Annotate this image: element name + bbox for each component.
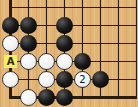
board-point[interactable] xyxy=(128,71,138,89)
board-point[interactable] xyxy=(74,17,92,35)
board-point[interactable] xyxy=(56,17,74,35)
board-point[interactable] xyxy=(2,35,20,53)
board-point[interactable] xyxy=(2,17,20,35)
board-point[interactable] xyxy=(38,89,56,107)
board-point[interactable] xyxy=(2,89,20,107)
white-stone xyxy=(56,53,73,70)
board-point[interactable] xyxy=(20,35,38,53)
board-point[interactable] xyxy=(74,0,92,17)
board-point[interactable] xyxy=(38,71,56,89)
board-point[interactable] xyxy=(20,17,38,35)
black-stone xyxy=(56,71,73,88)
board-point[interactable] xyxy=(38,0,56,17)
board-point[interactable] xyxy=(110,53,128,71)
go-diagram: A2 xyxy=(0,0,137,107)
board-point[interactable] xyxy=(128,53,138,71)
board-point[interactable] xyxy=(128,89,138,107)
black-stone xyxy=(74,53,91,70)
white-stone xyxy=(38,71,55,88)
board-point[interactable] xyxy=(92,53,110,71)
board-point[interactable] xyxy=(92,0,110,17)
board-point[interactable] xyxy=(74,53,92,71)
board-point[interactable] xyxy=(128,0,138,17)
board-point[interactable] xyxy=(110,17,128,35)
board-point[interactable] xyxy=(92,17,110,35)
go-board: A2 xyxy=(0,0,137,107)
board-point[interactable] xyxy=(92,71,110,89)
black-stone xyxy=(92,71,109,88)
board-point[interactable] xyxy=(56,89,74,107)
board-point[interactable] xyxy=(74,35,92,53)
board-point[interactable] xyxy=(92,89,110,107)
point-label-a: A xyxy=(4,55,17,68)
black-stone xyxy=(56,35,73,52)
board-point[interactable] xyxy=(56,71,74,89)
board-point[interactable]: A xyxy=(2,53,20,71)
board-point[interactable] xyxy=(20,0,38,17)
white-stone xyxy=(20,53,37,70)
move-number-label: 2 xyxy=(79,75,85,85)
board-point[interactable]: 2 xyxy=(74,71,92,89)
black-stone xyxy=(20,35,37,52)
board-point[interactable] xyxy=(56,35,74,53)
board-point[interactable] xyxy=(92,35,110,53)
black-stone xyxy=(2,17,19,34)
white-stone xyxy=(2,71,19,88)
board-point[interactable] xyxy=(128,35,138,53)
board-point[interactable] xyxy=(128,17,138,35)
white-stone-move-2: 2 xyxy=(74,71,91,88)
board-point[interactable] xyxy=(110,89,128,107)
board-point[interactable] xyxy=(56,53,74,71)
board-point[interactable] xyxy=(38,17,56,35)
board-point[interactable] xyxy=(110,71,128,89)
board-point[interactable] xyxy=(74,89,92,107)
black-stone xyxy=(56,89,73,106)
board-point[interactable] xyxy=(2,71,20,89)
black-stone xyxy=(20,17,37,34)
board-intersections: A2 xyxy=(2,0,138,107)
black-stone xyxy=(56,17,73,34)
board-point[interactable] xyxy=(110,0,128,17)
board-point[interactable] xyxy=(38,53,56,71)
board-point[interactable] xyxy=(20,89,38,107)
board-point[interactable] xyxy=(38,35,56,53)
white-stone xyxy=(38,53,55,70)
board-point[interactable] xyxy=(2,0,20,17)
board-point[interactable] xyxy=(56,0,74,17)
board-point[interactable] xyxy=(110,35,128,53)
board-point[interactable] xyxy=(20,71,38,89)
white-stone xyxy=(20,89,37,106)
white-stone xyxy=(2,35,19,52)
board-point[interactable] xyxy=(20,53,38,71)
black-stone xyxy=(38,89,55,106)
